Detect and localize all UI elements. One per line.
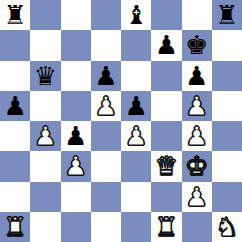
- black-rook-a8[interactable]: ♜: [3, 0, 26, 30]
- square-g7[interactable]: ♚: [182, 30, 212, 60]
- white-pawn-g2[interactable]: ♟: [185, 182, 208, 212]
- black-queen-b6[interactable]: ♛: [34, 61, 57, 91]
- square-h7[interactable]: [212, 30, 242, 60]
- black-pawn-c4[interactable]: ♟: [64, 121, 87, 151]
- square-d8[interactable]: [91, 0, 121, 30]
- square-a1[interactable]: ♜: [0, 212, 30, 242]
- square-e2[interactable]: [121, 182, 151, 212]
- square-d4[interactable]: [91, 121, 121, 151]
- square-b1[interactable]: [30, 212, 60, 242]
- square-e8[interactable]: ♝: [121, 0, 151, 30]
- square-h2[interactable]: [212, 182, 242, 212]
- square-b4[interactable]: ♟: [30, 121, 60, 151]
- square-g4[interactable]: ♟: [182, 121, 212, 151]
- white-pawn-g4[interactable]: ♟: [185, 121, 208, 151]
- square-b3[interactable]: [30, 151, 60, 181]
- square-h3[interactable]: [212, 151, 242, 181]
- square-e4[interactable]: ♟: [121, 121, 151, 151]
- square-g6[interactable]: ♟: [182, 61, 212, 91]
- square-e6[interactable]: [121, 61, 151, 91]
- square-d3[interactable]: [91, 151, 121, 181]
- black-pawn-g6[interactable]: ♟: [185, 61, 208, 91]
- black-bishop-e8[interactable]: ♝: [124, 0, 147, 30]
- square-b2[interactable]: [30, 182, 60, 212]
- square-a6[interactable]: [0, 61, 30, 91]
- square-e5[interactable]: ♟: [121, 91, 151, 121]
- square-h1[interactable]: ♞: [212, 212, 242, 242]
- square-f4[interactable]: [151, 121, 181, 151]
- square-b6[interactable]: ♛: [30, 61, 60, 91]
- square-h8[interactable]: ♜: [212, 0, 242, 30]
- black-pawn-f7[interactable]: ♟: [155, 30, 178, 60]
- square-a8[interactable]: ♜: [0, 0, 30, 30]
- square-c4[interactable]: ♟: [61, 121, 91, 151]
- square-b8[interactable]: [30, 0, 60, 30]
- square-f3[interactable]: ♛: [151, 151, 181, 181]
- square-e3[interactable]: [121, 151, 151, 181]
- square-a7[interactable]: [0, 30, 30, 60]
- square-c8[interactable]: [61, 0, 91, 30]
- white-pawn-c3[interactable]: ♟: [64, 151, 87, 181]
- square-c3[interactable]: ♟: [61, 151, 91, 181]
- square-g1[interactable]: [182, 212, 212, 242]
- chess-board: ♜♝♜♟♚♛♟♟♟♟♟♟♟♟♟♟♟♛♚♟♜♜♞: [0, 0, 242, 242]
- black-king-g7[interactable]: ♚: [185, 30, 208, 60]
- square-d5[interactable]: ♟: [91, 91, 121, 121]
- square-e1[interactable]: [121, 212, 151, 242]
- square-c2[interactable]: [61, 182, 91, 212]
- black-pawn-d6[interactable]: ♟: [94, 61, 117, 91]
- white-rook-f1[interactable]: ♜: [155, 212, 178, 242]
- square-f2[interactable]: [151, 182, 181, 212]
- square-d1[interactable]: [91, 212, 121, 242]
- square-d7[interactable]: [91, 30, 121, 60]
- square-h4[interactable]: [212, 121, 242, 151]
- square-f6[interactable]: [151, 61, 181, 91]
- white-king-g3[interactable]: ♚: [185, 151, 208, 181]
- square-f8[interactable]: [151, 0, 181, 30]
- white-pawn-d5[interactable]: ♟: [94, 91, 117, 121]
- black-pawn-a5[interactable]: ♟: [3, 91, 26, 121]
- square-c5[interactable]: [61, 91, 91, 121]
- square-f1[interactable]: ♜: [151, 212, 181, 242]
- square-c6[interactable]: [61, 61, 91, 91]
- square-a2[interactable]: [0, 182, 30, 212]
- white-queen-f3[interactable]: ♛: [155, 151, 178, 181]
- black-rook-h8[interactable]: ♜: [215, 0, 238, 30]
- white-pawn-b4[interactable]: ♟: [34, 121, 57, 151]
- square-g8[interactable]: [182, 0, 212, 30]
- square-h5[interactable]: [212, 91, 242, 121]
- white-pawn-e4[interactable]: ♟: [124, 121, 147, 151]
- square-d6[interactable]: ♟: [91, 61, 121, 91]
- square-a4[interactable]: [0, 121, 30, 151]
- square-a5[interactable]: ♟: [0, 91, 30, 121]
- square-e7[interactable]: [121, 30, 151, 60]
- white-rook-a1[interactable]: ♜: [3, 212, 26, 242]
- square-g5[interactable]: ♟: [182, 91, 212, 121]
- square-b7[interactable]: [30, 30, 60, 60]
- square-c1[interactable]: [61, 212, 91, 242]
- white-pawn-g5[interactable]: ♟: [185, 91, 208, 121]
- square-d2[interactable]: [91, 182, 121, 212]
- white-knight-h1[interactable]: ♞: [215, 212, 238, 242]
- black-pawn-e5[interactable]: ♟: [124, 91, 147, 121]
- square-g2[interactable]: ♟: [182, 182, 212, 212]
- square-a3[interactable]: [0, 151, 30, 181]
- square-c7[interactable]: [61, 30, 91, 60]
- square-b5[interactable]: [30, 91, 60, 121]
- square-f7[interactable]: ♟: [151, 30, 181, 60]
- square-f5[interactable]: [151, 91, 181, 121]
- square-g3[interactable]: ♚: [182, 151, 212, 181]
- square-h6[interactable]: [212, 61, 242, 91]
